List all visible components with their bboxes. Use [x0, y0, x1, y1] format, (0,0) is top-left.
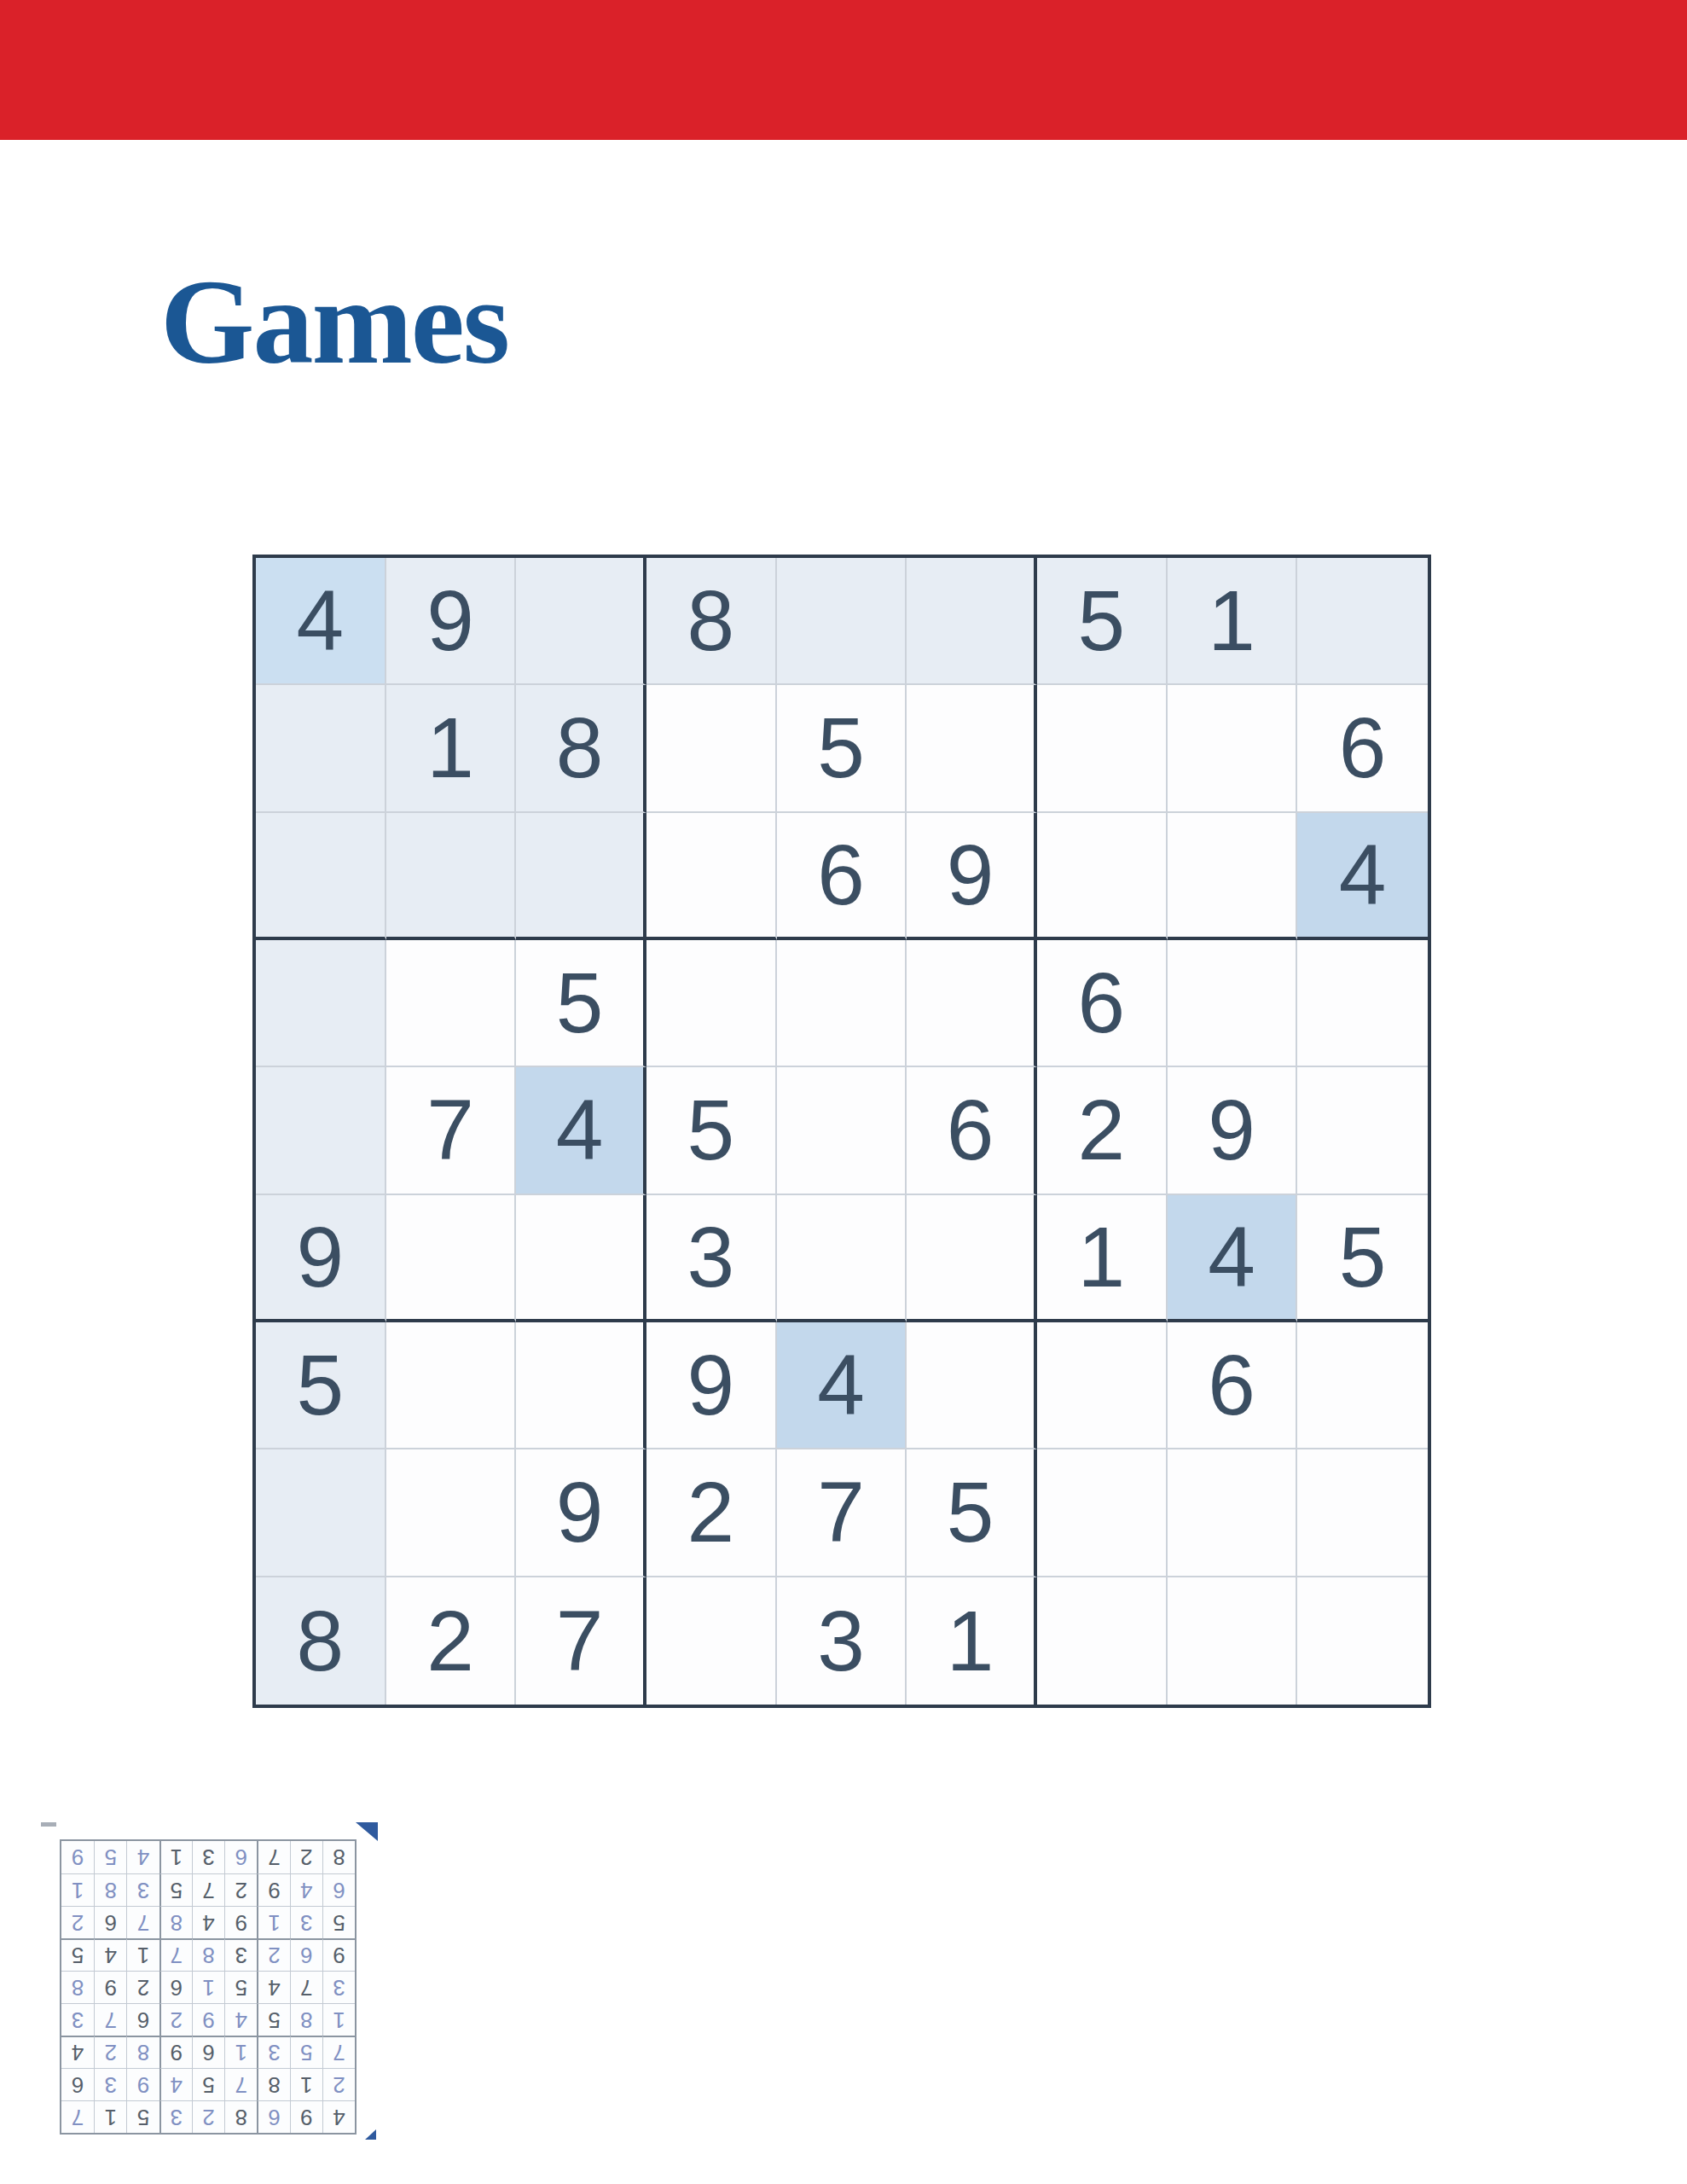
cell-r3c6[interactable]: 9: [907, 813, 1037, 940]
solution-cell-r3c4: 1: [224, 2036, 257, 2068]
cell-r9c8[interactable]: [1168, 1577, 1298, 1705]
solution-cell-r5c2: 7: [290, 1971, 322, 2003]
cell-r5c6[interactable]: 6: [907, 1067, 1037, 1194]
solution-cell-r4c4: 4: [224, 2003, 257, 2036]
solution-cell-r5c5: 1: [192, 1971, 224, 2003]
solution-cell-r1c4: 8: [224, 2100, 257, 2133]
solution-cell-r6c9: 5: [61, 1938, 94, 1971]
solution-cell-r8c4: 2: [224, 1873, 257, 1906]
fold-triangle-top-icon: [356, 1822, 378, 1841]
cell-r2c4[interactable]: [646, 685, 777, 812]
solution-cell-r1c6: 3: [159, 2100, 192, 2133]
cell-r4c3[interactable]: 5: [516, 940, 646, 1067]
solution-cell-r6c3: 2: [257, 1938, 289, 1971]
solution-cell-r9c3: 7: [257, 1841, 289, 1873]
solution-cell-r1c9: 7: [61, 2100, 94, 2133]
solution-cell-r8c1: 6: [322, 1873, 355, 1906]
cell-r1c4[interactable]: 8: [646, 558, 777, 685]
cell-r4c6[interactable]: [907, 940, 1037, 1067]
cell-r5c5[interactable]: [777, 1067, 907, 1194]
header-bar: [0, 0, 1687, 140]
cell-r9c6[interactable]: 1: [907, 1577, 1037, 1705]
cell-r9c2[interactable]: 2: [386, 1577, 517, 1705]
cell-r7c3[interactable]: [516, 1322, 646, 1449]
cell-r6c1[interactable]: 9: [256, 1195, 386, 1322]
cell-r5c9[interactable]: [1297, 1067, 1428, 1194]
cell-r2c2[interactable]: 1: [386, 685, 517, 812]
cell-r3c3[interactable]: [516, 813, 646, 940]
cell-r1c6[interactable]: [907, 558, 1037, 685]
solution-cell-r2c9: 6: [61, 2068, 94, 2100]
solution-cell-r3c8: 2: [94, 2036, 126, 2068]
cell-r7c7[interactable]: [1037, 1322, 1168, 1449]
solution-cell-r7c6: 8: [159, 1906, 192, 1938]
cell-r1c9[interactable]: [1297, 558, 1428, 685]
solution-cell-r5c7: 2: [126, 1971, 159, 2003]
solution-cell-r4c5: 9: [192, 2003, 224, 2036]
cell-r1c8[interactable]: 1: [1168, 558, 1298, 685]
solution-cell-r1c5: 2: [192, 2100, 224, 2133]
fold-triangle-bottom-icon: [365, 2129, 376, 2140]
solution-cell-r3c1: 7: [322, 2036, 355, 2068]
solution-cell-r4c9: 3: [61, 2003, 94, 2036]
solution-cell-r9c5: 3: [192, 1841, 224, 1873]
cell-r8c9[interactable]: [1297, 1449, 1428, 1577]
solution-cell-r7c8: 6: [94, 1906, 126, 1938]
cell-r9c3[interactable]: 7: [516, 1577, 646, 1705]
solution-cell-r4c1: 1: [322, 2003, 355, 2036]
cell-r6c5[interactable]: [777, 1195, 907, 1322]
cell-r3c2[interactable]: [386, 813, 517, 940]
solution-cell-r8c7: 3: [126, 1873, 159, 1906]
cell-r7c1[interactable]: 5: [256, 1322, 386, 1449]
cell-r2c8[interactable]: [1168, 685, 1298, 812]
cell-r4c7[interactable]: 6: [1037, 940, 1168, 1067]
cell-r6c6[interactable]: [907, 1195, 1037, 1322]
solution-cell-r7c9: 2: [61, 1906, 94, 1938]
solution-cell-r5c3: 4: [257, 1971, 289, 2003]
cell-r5c3[interactable]: 4: [516, 1067, 646, 1194]
cell-r1c3[interactable]: [516, 558, 646, 685]
cell-r4c9[interactable]: [1297, 940, 1428, 1067]
cell-r3c1[interactable]: [256, 813, 386, 940]
cell-r5c2[interactable]: 7: [386, 1067, 517, 1194]
solution-cell-r4c2: 8: [290, 2003, 322, 2036]
cell-r7c4[interactable]: 9: [646, 1322, 777, 1449]
solution-cell-r2c2: 1: [290, 2068, 322, 2100]
solution-cell-r5c4: 5: [224, 1971, 257, 2003]
solution-cell-r3c6: 9: [159, 2036, 192, 2068]
cell-r5c7[interactable]: 2: [1037, 1067, 1168, 1194]
solution-cell-r3c2: 5: [290, 2036, 322, 2068]
solution-cell-r3c9: 4: [61, 2036, 94, 2068]
solution-cell-r7c5: 4: [192, 1906, 224, 1938]
solution-cell-r2c7: 9: [126, 2068, 159, 2100]
solution-cell-r9c4: 6: [224, 1841, 257, 1873]
solution-cell-r8c3: 9: [257, 1873, 289, 1906]
solution-cell-r1c3: 6: [257, 2100, 289, 2133]
cell-r6c4[interactable]: 3: [646, 1195, 777, 1322]
cell-r1c5[interactable]: [777, 558, 907, 685]
solution-cell-r6c7: 1: [126, 1938, 159, 1971]
solution-cell-r9c2: 2: [290, 1841, 322, 1873]
cell-r8c3[interactable]: 9: [516, 1449, 646, 1577]
solution-cell-r9c6: 1: [159, 1841, 192, 1873]
solution-cell-r6c5: 8: [192, 1938, 224, 1971]
cell-r2c7[interactable]: [1037, 685, 1168, 812]
sudoku-board: 49851185669456745629931455946927582731: [252, 555, 1431, 1708]
cell-r5c4[interactable]: 5: [646, 1067, 777, 1194]
solution-cell-r1c7: 5: [126, 2100, 159, 2133]
solution-cell-r9c1: 8: [322, 1841, 355, 1873]
corner-dash-mark: [41, 1822, 56, 1827]
solution-cell-r7c1: 5: [322, 1906, 355, 1938]
cell-r2c1[interactable]: [256, 685, 386, 812]
solution-cell-r9c8: 5: [94, 1841, 126, 1873]
cell-r6c9[interactable]: 5: [1297, 1195, 1428, 1322]
solution-cell-r9c9: 9: [61, 1841, 94, 1873]
solution-cell-r7c3: 1: [257, 1906, 289, 1938]
solution-cell-r3c3: 3: [257, 2036, 289, 2068]
cell-r4c4[interactable]: [646, 940, 777, 1067]
cell-r9c9[interactable]: [1297, 1577, 1428, 1705]
cell-r8c7[interactable]: [1037, 1449, 1168, 1577]
solution-cell-r5c6: 6: [159, 1971, 192, 2003]
cell-r9c5[interactable]: 3: [777, 1577, 907, 1705]
cell-r3c4[interactable]: [646, 813, 777, 940]
solution-cell-r8c8: 8: [94, 1873, 126, 1906]
cell-r2c5[interactable]: 5: [777, 685, 907, 812]
cell-r8c8[interactable]: [1168, 1449, 1298, 1577]
cell-r8c4[interactable]: 2: [646, 1449, 777, 1577]
solution-cell-r7c2: 3: [290, 1906, 322, 1938]
solution-cell-r8c9: 1: [61, 1873, 94, 1906]
solution-cell-r8c5: 7: [192, 1873, 224, 1906]
cell-r7c8[interactable]: 6: [1168, 1322, 1298, 1449]
cell-r9c7[interactable]: [1037, 1577, 1168, 1705]
cell-r2c9[interactable]: 6: [1297, 685, 1428, 812]
solution-cell-r2c6: 4: [159, 2068, 192, 2100]
cell-r9c4[interactable]: [646, 1577, 777, 1705]
solution-cell-r1c2: 9: [290, 2100, 322, 2133]
solution-cell-r6c8: 4: [94, 1938, 126, 1971]
solution-cell-r4c8: 7: [94, 2003, 126, 2036]
cell-r6c7[interactable]: 1: [1037, 1195, 1168, 1322]
cell-r3c8[interactable]: [1168, 813, 1298, 940]
cell-r4c2[interactable]: [386, 940, 517, 1067]
cell-r6c8[interactable]: 4: [1168, 1195, 1298, 1322]
solution-cell-r7c4: 9: [224, 1906, 257, 1938]
solution-cell-r2c3: 8: [257, 2068, 289, 2100]
solution-cell-r5c1: 3: [322, 1971, 355, 2003]
solution-cell-r4c7: 6: [126, 2003, 159, 2036]
solution-cell-r3c7: 8: [126, 2036, 159, 2068]
solution-cell-r9c7: 4: [126, 1841, 159, 1873]
cell-r5c1[interactable]: [256, 1067, 386, 1194]
cell-r7c2[interactable]: [386, 1322, 517, 1449]
solution-cell-r6c6: 7: [159, 1938, 192, 1971]
solution-cell-r4c6: 2: [159, 2003, 192, 2036]
solution-cell-r8c2: 4: [290, 1873, 322, 1906]
cell-r6c3[interactable]: [516, 1195, 646, 1322]
page-title: Games: [160, 261, 508, 382]
cell-r5c8[interactable]: 9: [1168, 1067, 1298, 1194]
cell-r7c9[interactable]: [1297, 1322, 1428, 1449]
solution-cell-r6c4: 3: [224, 1938, 257, 1971]
cell-r9c1[interactable]: 8: [256, 1577, 386, 1705]
solution-cell-r2c1: 2: [322, 2068, 355, 2100]
cell-r1c1[interactable]: 4: [256, 558, 386, 685]
solution-cell-r4c3: 5: [257, 2003, 289, 2036]
solution-cell-r8c6: 5: [159, 1873, 192, 1906]
cell-r7c5[interactable]: 4: [777, 1322, 907, 1449]
cell-r6c2[interactable]: [386, 1195, 517, 1322]
solution-cell-r5c8: 9: [94, 1971, 126, 2003]
cell-r1c7[interactable]: 5: [1037, 558, 1168, 685]
cell-r3c5[interactable]: 6: [777, 813, 907, 940]
cell-r8c1[interactable]: [256, 1449, 386, 1577]
cell-r8c5[interactable]: 7: [777, 1449, 907, 1577]
cell-r4c5[interactable]: [777, 940, 907, 1067]
cell-r2c3[interactable]: 8: [516, 685, 646, 812]
cell-r2c6[interactable]: [907, 685, 1037, 812]
cell-r3c9[interactable]: 4: [1297, 813, 1428, 940]
solution-cell-r5c9: 8: [61, 1971, 94, 2003]
solution-cell-r1c1: 4: [322, 2100, 355, 2133]
solution-board-rotated: 4968235172187549367531698241854926733745…: [60, 1839, 357, 2135]
cell-r1c2[interactable]: 9: [386, 558, 517, 685]
cell-r8c2[interactable]: [386, 1449, 517, 1577]
cell-r4c8[interactable]: [1168, 940, 1298, 1067]
cell-r4c1[interactable]: [256, 940, 386, 1067]
solution-cell-r3c5: 6: [192, 2036, 224, 2068]
solution-cell-r6c1: 9: [322, 1938, 355, 1971]
solution-cell-r2c4: 7: [224, 2068, 257, 2100]
solution-cell-r6c2: 6: [290, 1938, 322, 1971]
solution-cell-r2c5: 5: [192, 2068, 224, 2100]
solution-cell-r7c7: 7: [126, 1906, 159, 1938]
solution-cell-r1c8: 1: [94, 2100, 126, 2133]
solution-cell-r2c8: 3: [94, 2068, 126, 2100]
cell-r3c7[interactable]: [1037, 813, 1168, 940]
cell-r7c6[interactable]: [907, 1322, 1037, 1449]
cell-r8c6[interactable]: 5: [907, 1449, 1037, 1577]
